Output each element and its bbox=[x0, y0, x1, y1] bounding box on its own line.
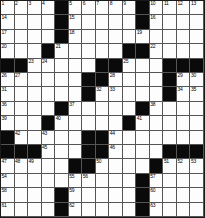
white-cell[interactable] bbox=[69, 116, 83, 130]
white-cell[interactable] bbox=[123, 73, 137, 87]
white-cell[interactable] bbox=[69, 87, 83, 101]
white-cell[interactable]: 59 bbox=[69, 188, 83, 202]
white-cell[interactable]: 18 bbox=[69, 30, 83, 44]
white-cell[interactable] bbox=[28, 102, 42, 116]
white-cell[interactable] bbox=[123, 145, 137, 159]
white-cell[interactable] bbox=[177, 44, 191, 58]
white-cell[interactable]: 23 bbox=[28, 59, 42, 73]
clue-number: 26 bbox=[2, 73, 7, 78]
white-cell[interactable] bbox=[163, 188, 177, 202]
black-cell bbox=[55, 188, 69, 202]
white-cell[interactable]: 52 bbox=[177, 159, 191, 173]
black-cell bbox=[15, 145, 29, 159]
white-cell[interactable] bbox=[150, 131, 164, 145]
black-cell bbox=[96, 73, 110, 87]
white-cell[interactable]: 58 bbox=[1, 188, 15, 202]
white-cell[interactable] bbox=[109, 116, 123, 130]
white-cell[interactable]: 27 bbox=[15, 73, 29, 87]
white-cell[interactable]: 31 bbox=[1, 87, 15, 101]
white-cell[interactable] bbox=[177, 188, 191, 202]
white-cell[interactable]: 28 bbox=[109, 73, 123, 87]
white-cell[interactable]: 33 bbox=[109, 87, 123, 101]
white-cell[interactable]: 38 bbox=[150, 102, 164, 116]
white-cell[interactable] bbox=[177, 15, 191, 29]
white-cell[interactable]: 22 bbox=[150, 44, 164, 58]
white-cell[interactable] bbox=[190, 15, 204, 29]
white-cell[interactable] bbox=[123, 188, 137, 202]
clue-number: 62 bbox=[69, 203, 74, 208]
clue-number: 39 bbox=[2, 116, 7, 121]
clue-number: 48 bbox=[15, 159, 20, 164]
black-cell bbox=[163, 145, 177, 159]
clue-number: 61 bbox=[2, 203, 7, 208]
black-cell bbox=[55, 102, 69, 116]
black-cell bbox=[136, 203, 150, 217]
clue-number: 25 bbox=[123, 59, 128, 64]
white-cell[interactable]: 5 bbox=[69, 1, 83, 15]
black-cell bbox=[163, 59, 177, 73]
black-cell bbox=[163, 87, 177, 101]
white-cell[interactable] bbox=[42, 73, 56, 87]
white-cell[interactable]: 47 bbox=[1, 159, 15, 173]
clue-number: 6 bbox=[83, 1, 85, 6]
white-cell[interactable] bbox=[69, 131, 83, 145]
white-cell[interactable]: 12 bbox=[177, 1, 191, 15]
white-cell[interactable] bbox=[42, 102, 56, 116]
black-cell bbox=[177, 145, 191, 159]
black-cell bbox=[82, 73, 96, 87]
black-cell bbox=[136, 174, 150, 188]
white-cell[interactable] bbox=[123, 131, 137, 145]
white-cell[interactable]: 1 bbox=[1, 1, 15, 15]
clue-number: 18 bbox=[69, 30, 74, 35]
white-cell[interactable] bbox=[163, 15, 177, 29]
white-cell[interactable] bbox=[82, 116, 96, 130]
clue-number: 35 bbox=[191, 87, 196, 92]
white-cell[interactable] bbox=[123, 87, 137, 101]
black-cell bbox=[96, 59, 110, 73]
white-cell[interactable] bbox=[28, 188, 42, 202]
clue-number: 22 bbox=[150, 44, 155, 49]
white-cell[interactable] bbox=[96, 44, 110, 58]
white-cell[interactable] bbox=[82, 15, 96, 29]
white-cell[interactable] bbox=[177, 102, 191, 116]
white-cell[interactable]: 19 bbox=[136, 30, 150, 44]
clue-number: 30 bbox=[191, 73, 196, 78]
white-cell[interactable] bbox=[136, 145, 150, 159]
white-cell[interactable] bbox=[15, 116, 29, 130]
clue-number: 3 bbox=[29, 1, 31, 6]
black-cell bbox=[28, 145, 42, 159]
clue-number: 9 bbox=[123, 1, 125, 6]
white-cell[interactable]: 32 bbox=[96, 87, 110, 101]
white-cell[interactable] bbox=[109, 44, 123, 58]
white-cell[interactable]: 43 bbox=[42, 131, 56, 145]
white-cell[interactable] bbox=[136, 131, 150, 145]
white-cell[interactable] bbox=[136, 87, 150, 101]
clue-number: 5 bbox=[69, 1, 71, 6]
clue-number: 32 bbox=[96, 87, 101, 92]
white-cell[interactable] bbox=[96, 174, 110, 188]
clue-number: 12 bbox=[177, 1, 182, 6]
white-cell[interactable]: 8 bbox=[109, 1, 123, 15]
clue-number: 19 bbox=[137, 30, 142, 35]
white-cell[interactable]: 62 bbox=[69, 203, 83, 217]
white-cell[interactable] bbox=[42, 174, 56, 188]
clue-number: 43 bbox=[42, 131, 47, 136]
white-cell[interactable]: 40 bbox=[55, 116, 69, 130]
white-cell[interactable]: 4 bbox=[42, 1, 56, 15]
black-cell bbox=[1, 59, 15, 73]
clue-number: 47 bbox=[2, 159, 7, 164]
white-cell[interactable] bbox=[96, 116, 110, 130]
clue-number: 10 bbox=[150, 1, 155, 6]
white-cell[interactable] bbox=[190, 188, 204, 202]
clue-number: 33 bbox=[110, 87, 115, 92]
white-cell[interactable] bbox=[82, 44, 96, 58]
clue-number: 8 bbox=[110, 1, 112, 6]
black-cell bbox=[136, 1, 150, 15]
white-cell[interactable] bbox=[55, 159, 69, 173]
clue-number: 24 bbox=[42, 59, 47, 64]
white-cell[interactable] bbox=[28, 30, 42, 44]
black-cell bbox=[1, 131, 15, 145]
white-cell[interactable]: 21 bbox=[55, 44, 69, 58]
white-cell[interactable]: 63 bbox=[150, 203, 164, 217]
clue-number: 7 bbox=[96, 1, 98, 6]
clue-number: 58 bbox=[2, 188, 7, 193]
white-cell[interactable] bbox=[55, 145, 69, 159]
black-cell bbox=[55, 15, 69, 29]
white-cell[interactable] bbox=[177, 131, 191, 145]
black-cell bbox=[163, 73, 177, 87]
white-cell[interactable] bbox=[136, 59, 150, 73]
clue-number: 13 bbox=[191, 1, 196, 6]
white-cell[interactable]: 53 bbox=[190, 159, 204, 173]
white-cell[interactable]: 2 bbox=[15, 1, 29, 15]
white-cell[interactable] bbox=[82, 102, 96, 116]
white-cell[interactable] bbox=[15, 174, 29, 188]
white-cell[interactable] bbox=[55, 131, 69, 145]
white-cell[interactable]: 29 bbox=[177, 73, 191, 87]
white-cell[interactable] bbox=[28, 44, 42, 58]
white-cell[interactable] bbox=[177, 203, 191, 217]
white-cell[interactable] bbox=[177, 30, 191, 44]
clue-number: 41 bbox=[137, 116, 142, 121]
white-cell[interactable] bbox=[109, 102, 123, 116]
clue-number: 14 bbox=[2, 15, 7, 20]
white-cell[interactable]: 11 bbox=[163, 1, 177, 15]
clue-number: 52 bbox=[177, 159, 182, 164]
white-cell[interactable] bbox=[190, 174, 204, 188]
white-cell[interactable] bbox=[109, 188, 123, 202]
white-cell[interactable]: 17 bbox=[1, 30, 15, 44]
white-cell[interactable] bbox=[163, 131, 177, 145]
clue-number: 31 bbox=[2, 87, 7, 92]
black-cell bbox=[109, 59, 123, 73]
white-cell[interactable]: 15 bbox=[69, 15, 83, 29]
white-cell[interactable] bbox=[28, 73, 42, 87]
white-cell[interactable] bbox=[42, 87, 56, 101]
white-cell[interactable]: 56 bbox=[82, 174, 96, 188]
white-cell[interactable] bbox=[15, 188, 29, 202]
black-cell bbox=[82, 145, 96, 159]
white-cell[interactable] bbox=[190, 203, 204, 217]
crossword-puzzle: 1234567891011121314151617181920212223242… bbox=[0, 0, 205, 218]
white-cell[interactable]: 50 bbox=[96, 159, 110, 173]
clue-number: 2 bbox=[15, 1, 17, 6]
white-cell[interactable] bbox=[42, 159, 56, 173]
clue-number: 28 bbox=[110, 73, 115, 78]
white-cell[interactable] bbox=[69, 145, 83, 159]
white-cell[interactable] bbox=[55, 73, 69, 87]
clue-number: 40 bbox=[56, 116, 61, 121]
black-cell bbox=[96, 145, 110, 159]
white-cell[interactable]: 41 bbox=[136, 116, 150, 130]
white-cell[interactable] bbox=[82, 59, 96, 73]
white-cell[interactable]: 51 bbox=[163, 159, 177, 173]
white-cell[interactable] bbox=[123, 102, 137, 116]
white-cell[interactable]: 49 bbox=[28, 159, 42, 173]
white-cell[interactable]: 39 bbox=[1, 116, 15, 130]
white-cell[interactable] bbox=[96, 15, 110, 29]
white-cell[interactable] bbox=[136, 159, 150, 173]
white-cell[interactable]: 26 bbox=[1, 73, 15, 87]
black-cell bbox=[55, 1, 69, 15]
clue-number: 49 bbox=[29, 159, 34, 164]
white-cell[interactable] bbox=[123, 174, 137, 188]
black-cell bbox=[42, 116, 56, 130]
clue-number: 23 bbox=[29, 59, 34, 64]
white-cell[interactable]: 6 bbox=[82, 1, 96, 15]
clue-number: 17 bbox=[2, 30, 7, 35]
white-cell[interactable] bbox=[150, 30, 164, 44]
white-cell[interactable]: 25 bbox=[123, 59, 137, 73]
white-cell[interactable] bbox=[190, 44, 204, 58]
white-cell[interactable] bbox=[150, 73, 164, 87]
white-cell[interactable] bbox=[42, 30, 56, 44]
white-cell[interactable] bbox=[15, 15, 29, 29]
black-cell bbox=[136, 44, 150, 58]
white-cell[interactable]: 36 bbox=[1, 102, 15, 116]
white-cell[interactable] bbox=[69, 73, 83, 87]
white-cell[interactable] bbox=[177, 174, 191, 188]
white-cell[interactable] bbox=[28, 116, 42, 130]
white-cell[interactable] bbox=[55, 87, 69, 101]
crossword-grid: 1234567891011121314151617181920212223242… bbox=[0, 0, 205, 218]
white-cell[interactable] bbox=[28, 87, 42, 101]
white-cell[interactable] bbox=[69, 44, 83, 58]
clue-number: 34 bbox=[177, 87, 182, 92]
clue-number: 37 bbox=[69, 102, 74, 107]
white-cell[interactable]: 45 bbox=[42, 145, 56, 159]
white-cell[interactable] bbox=[190, 30, 204, 44]
clue-number: 45 bbox=[42, 145, 47, 150]
white-cell[interactable] bbox=[42, 203, 56, 217]
white-cell[interactable]: 24 bbox=[42, 59, 56, 73]
white-cell[interactable] bbox=[15, 30, 29, 44]
clue-number: 38 bbox=[150, 102, 155, 107]
clue-number: 29 bbox=[177, 73, 182, 78]
white-cell[interactable]: 9 bbox=[123, 1, 137, 15]
black-cell bbox=[96, 131, 110, 145]
black-cell bbox=[55, 30, 69, 44]
white-cell[interactable]: 35 bbox=[190, 87, 204, 101]
white-cell[interactable]: 46 bbox=[109, 145, 123, 159]
white-cell[interactable] bbox=[109, 159, 123, 173]
white-cell[interactable] bbox=[190, 131, 204, 145]
black-cell bbox=[82, 131, 96, 145]
white-cell[interactable] bbox=[109, 174, 123, 188]
black-cell bbox=[82, 159, 96, 173]
white-cell[interactable] bbox=[123, 159, 137, 173]
clue-number: 11 bbox=[164, 1, 169, 6]
clue-number: 4 bbox=[42, 1, 44, 6]
clue-number: 53 bbox=[191, 159, 196, 164]
white-cell[interactable] bbox=[15, 102, 29, 116]
black-cell bbox=[15, 59, 29, 73]
clue-number: 27 bbox=[15, 73, 20, 78]
white-cell[interactable]: 14 bbox=[1, 15, 15, 29]
clue-number: 60 bbox=[150, 188, 155, 193]
white-cell[interactable] bbox=[150, 59, 164, 73]
white-cell[interactable] bbox=[82, 30, 96, 44]
white-cell[interactable] bbox=[150, 145, 164, 159]
white-cell[interactable] bbox=[109, 15, 123, 29]
clue-number: 50 bbox=[96, 159, 101, 164]
white-cell[interactable] bbox=[96, 102, 110, 116]
black-cell bbox=[42, 44, 56, 58]
white-cell[interactable]: 44 bbox=[109, 131, 123, 145]
black-cell bbox=[1, 145, 15, 159]
white-cell[interactable] bbox=[163, 116, 177, 130]
white-cell[interactable]: 42 bbox=[15, 131, 29, 145]
white-cell[interactable] bbox=[150, 87, 164, 101]
white-cell[interactable]: 48 bbox=[15, 159, 29, 173]
white-cell[interactable]: 16 bbox=[150, 15, 164, 29]
white-cell[interactable] bbox=[28, 174, 42, 188]
white-cell[interactable] bbox=[109, 203, 123, 217]
white-cell[interactable]: 10 bbox=[150, 1, 164, 15]
white-cell[interactable] bbox=[190, 102, 204, 116]
black-cell bbox=[123, 44, 137, 58]
clue-number: 42 bbox=[15, 131, 20, 136]
black-cell bbox=[150, 159, 164, 173]
white-cell[interactable] bbox=[163, 44, 177, 58]
black-cell bbox=[69, 159, 83, 173]
clue-number: 57 bbox=[150, 174, 155, 179]
black-cell bbox=[190, 145, 204, 159]
clue-number: 44 bbox=[110, 131, 115, 136]
white-cell[interactable] bbox=[163, 174, 177, 188]
white-cell[interactable]: 54 bbox=[1, 174, 15, 188]
black-cell bbox=[177, 59, 191, 73]
white-cell[interactable] bbox=[42, 188, 56, 202]
white-cell[interactable]: 34 bbox=[177, 87, 191, 101]
clue-number: 20 bbox=[2, 44, 7, 49]
white-cell[interactable]: 7 bbox=[96, 1, 110, 15]
white-cell[interactable] bbox=[150, 116, 164, 130]
white-cell[interactable]: 60 bbox=[150, 188, 164, 202]
white-cell[interactable]: 57 bbox=[150, 174, 164, 188]
white-cell[interactable]: 37 bbox=[69, 102, 83, 116]
clue-number: 56 bbox=[83, 174, 88, 179]
clue-number: 46 bbox=[110, 145, 115, 150]
black-cell bbox=[190, 59, 204, 73]
white-cell[interactable] bbox=[82, 203, 96, 217]
white-cell[interactable] bbox=[15, 44, 29, 58]
clue-number: 55 bbox=[69, 174, 74, 179]
white-cell[interactable] bbox=[55, 59, 69, 73]
white-cell[interactable]: 30 bbox=[190, 73, 204, 87]
white-cell[interactable]: 55 bbox=[69, 174, 83, 188]
white-cell[interactable] bbox=[123, 30, 137, 44]
clue-number: 51 bbox=[164, 159, 169, 164]
white-cell[interactable] bbox=[96, 188, 110, 202]
white-cell[interactable] bbox=[123, 203, 137, 217]
white-cell[interactable] bbox=[163, 203, 177, 217]
white-cell[interactable] bbox=[55, 174, 69, 188]
white-cell[interactable] bbox=[96, 203, 110, 217]
white-cell[interactable] bbox=[15, 203, 29, 217]
white-cell[interactable]: 3 bbox=[28, 1, 42, 15]
black-cell bbox=[55, 203, 69, 217]
black-cell bbox=[136, 188, 150, 202]
white-cell[interactable] bbox=[82, 188, 96, 202]
clue-number: 21 bbox=[56, 44, 61, 49]
white-cell[interactable]: 20 bbox=[1, 44, 15, 58]
black-cell bbox=[136, 102, 150, 116]
white-cell[interactable] bbox=[28, 203, 42, 217]
white-cell[interactable] bbox=[123, 15, 137, 29]
black-cell bbox=[136, 15, 150, 29]
white-cell[interactable] bbox=[28, 15, 42, 29]
white-cell[interactable] bbox=[177, 116, 191, 130]
clue-number: 63 bbox=[150, 203, 155, 208]
clue-number: 36 bbox=[2, 102, 7, 107]
black-cell bbox=[82, 87, 96, 101]
white-cell[interactable] bbox=[28, 131, 42, 145]
white-cell[interactable] bbox=[190, 116, 204, 130]
clue-number: 1 bbox=[2, 1, 4, 6]
black-cell bbox=[123, 116, 137, 130]
white-cell[interactable] bbox=[42, 15, 56, 29]
white-cell[interactable] bbox=[15, 87, 29, 101]
white-cell[interactable] bbox=[163, 102, 177, 116]
white-cell[interactable] bbox=[136, 73, 150, 87]
white-cell[interactable] bbox=[69, 59, 83, 73]
clue-number: 54 bbox=[2, 174, 7, 179]
clue-number: 59 bbox=[69, 188, 74, 193]
clue-number: 16 bbox=[150, 15, 155, 20]
clue-number: 15 bbox=[69, 15, 74, 20]
white-cell[interactable] bbox=[109, 30, 123, 44]
white-cell[interactable] bbox=[163, 30, 177, 44]
white-cell[interactable] bbox=[96, 30, 110, 44]
white-cell[interactable]: 13 bbox=[190, 1, 204, 15]
white-cell[interactable]: 61 bbox=[1, 203, 15, 217]
